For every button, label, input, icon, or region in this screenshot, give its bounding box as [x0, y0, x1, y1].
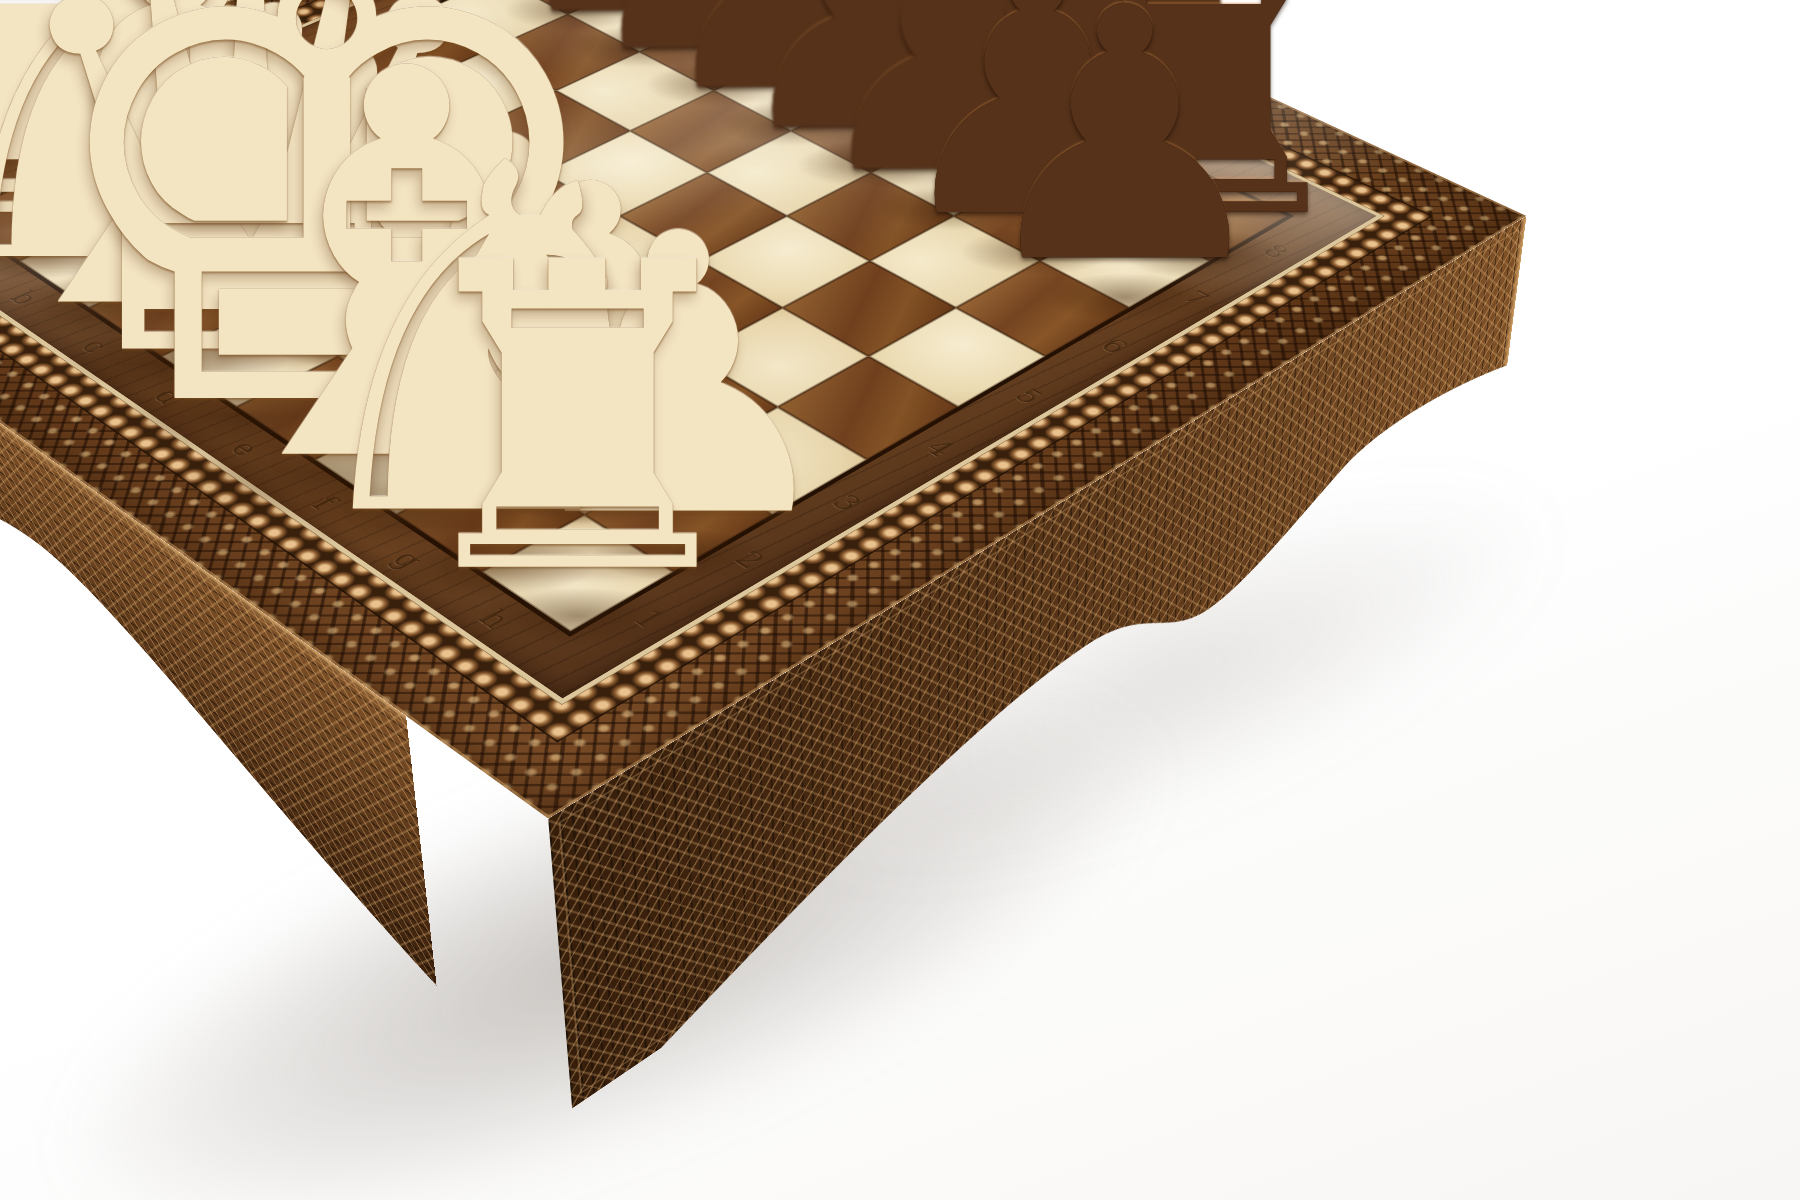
chessboard-scene: abcdefgh 87654321 [0, 0, 1800, 1200]
carved-chess-box: abcdefgh 87654321 [0, 0, 1527, 819]
product-photo-stage: abcdefgh 87654321 ♜♞♟♝♟♛♟♚♟♝♟♞♟♟♜♟♟♜♟♟♞♟… [0, 0, 1800, 1200]
